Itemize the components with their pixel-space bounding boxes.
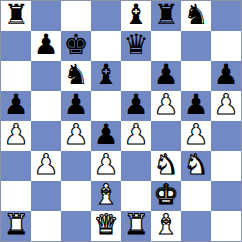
black-pawn-icon[interactable]: ♟ [183,91,208,120]
black-pawn-icon[interactable]: ♟ [123,91,148,120]
square-d7[interactable] [91,31,121,61]
square-b1[interactable] [31,211,61,241]
square-b4[interactable] [31,121,61,151]
black-pawn-icon[interactable]: ♟ [213,61,238,90]
square-d8[interactable] [91,1,121,31]
square-h2[interactable] [211,181,241,211]
black-king-icon[interactable]: ♚ [63,31,88,60]
square-c8[interactable] [61,1,91,31]
black-pawn-icon[interactable]: ♟ [93,121,118,150]
square-e6[interactable] [121,61,151,91]
square-a8[interactable]: ♜ [1,1,31,31]
square-f6[interactable]: ♟ [151,61,181,91]
square-c7[interactable]: ♚ [61,31,91,61]
white-pawn-icon[interactable]: ♟ [93,151,118,180]
square-g1[interactable] [181,211,211,241]
white-pawn-icon[interactable]: ♟ [153,91,178,120]
square-h7[interactable] [211,31,241,61]
white-rook-icon[interactable]: ♜ [3,211,28,240]
square-a4[interactable]: ♟ [1,121,31,151]
black-knight-icon[interactable]: ♞ [183,1,208,30]
square-h8[interactable] [211,1,241,31]
square-b2[interactable] [31,181,61,211]
black-queen-icon[interactable]: ♛ [123,31,148,60]
square-f8[interactable]: ♜ [151,1,181,31]
square-b8[interactable] [31,1,61,31]
square-c6[interactable]: ♞ [61,61,91,91]
square-f4[interactable] [151,121,181,151]
white-bishop-icon[interactable]: ♝ [153,211,178,240]
square-a6[interactable] [1,61,31,91]
square-a5[interactable]: ♟ [1,91,31,121]
square-b5[interactable] [31,91,61,121]
square-e4[interactable]: ♟ [121,121,151,151]
square-d5[interactable] [91,91,121,121]
square-a3[interactable] [1,151,31,181]
white-rook-icon[interactable]: ♜ [123,211,148,240]
white-knight-icon[interactable]: ♞ [183,151,208,180]
square-a2[interactable] [1,181,31,211]
black-pawn-icon[interactable]: ♟ [33,31,58,60]
square-b3[interactable]: ♟ [31,151,61,181]
square-g7[interactable] [181,31,211,61]
square-f2[interactable]: ♚ [151,181,181,211]
square-g8[interactable]: ♞ [181,1,211,31]
square-g3[interactable]: ♞ [181,151,211,181]
white-pawn-icon[interactable]: ♟ [3,121,28,150]
white-bishop-icon[interactable]: ♝ [93,181,118,210]
white-pawn-icon[interactable]: ♟ [33,151,58,180]
square-e8[interactable]: ♝ [121,1,151,31]
square-f1[interactable]: ♝ [151,211,181,241]
square-g4[interactable]: ♟ [181,121,211,151]
square-e3[interactable] [121,151,151,181]
square-c2[interactable] [61,181,91,211]
square-f5[interactable]: ♟ [151,91,181,121]
square-d2[interactable]: ♝ [91,181,121,211]
square-f3[interactable]: ♞ [151,151,181,181]
square-e2[interactable] [121,181,151,211]
square-e1[interactable]: ♜ [121,211,151,241]
square-e5[interactable]: ♟ [121,91,151,121]
square-f7[interactable] [151,31,181,61]
square-d3[interactable]: ♟ [91,151,121,181]
white-knight-icon[interactable]: ♞ [153,151,178,180]
black-pawn-icon[interactable]: ♟ [63,91,88,120]
black-pawn-icon[interactable]: ♟ [3,91,28,120]
black-bishop-icon[interactable]: ♝ [123,1,148,30]
black-rook-icon[interactable]: ♜ [153,1,178,30]
square-g2[interactable] [181,181,211,211]
square-c1[interactable] [61,211,91,241]
square-a1[interactable]: ♜ [1,211,31,241]
square-c4[interactable]: ♟ [61,121,91,151]
square-d1[interactable]: ♛ [91,211,121,241]
square-g5[interactable]: ♟ [181,91,211,121]
square-a7[interactable] [1,31,31,61]
square-h4[interactable] [211,121,241,151]
white-pawn-icon[interactable]: ♟ [123,121,148,150]
square-e7[interactable]: ♛ [121,31,151,61]
black-pawn-icon[interactable]: ♟ [153,61,178,90]
white-pawn-icon[interactable]: ♟ [63,121,88,150]
black-knight-icon[interactable]: ♞ [63,61,88,90]
square-c5[interactable]: ♟ [61,91,91,121]
square-h5[interactable]: ♟ [211,91,241,121]
white-queen-icon[interactable]: ♛ [93,211,118,240]
square-h6[interactable]: ♟ [211,61,241,91]
square-h1[interactable] [211,211,241,241]
square-h3[interactable] [211,151,241,181]
chess-board: ♜♝♜♞♟♚♛♞♝♟♟♟♟♟♟♟♟♟♟♟♟♟♟♟♞♞♝♚♜♛♜♝ [0,0,242,242]
white-pawn-icon[interactable]: ♟ [213,91,238,120]
black-rook-icon[interactable]: ♜ [3,1,28,30]
black-bishop-icon[interactable]: ♝ [93,61,118,90]
white-pawn-icon[interactable]: ♟ [183,121,208,150]
square-b6[interactable] [31,61,61,91]
square-d4[interactable]: ♟ [91,121,121,151]
square-g6[interactable] [181,61,211,91]
square-d6[interactable]: ♝ [91,61,121,91]
square-c3[interactable] [61,151,91,181]
white-king-icon[interactable]: ♚ [153,181,178,210]
square-b7[interactable]: ♟ [31,31,61,61]
